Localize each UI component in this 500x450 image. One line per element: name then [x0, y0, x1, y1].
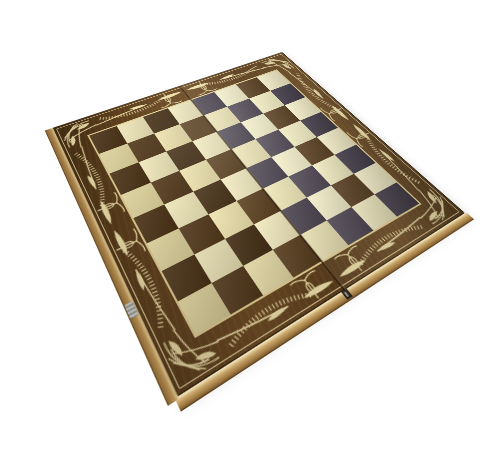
product-photo [0, 0, 500, 450]
chess-board [52, 52, 465, 397]
